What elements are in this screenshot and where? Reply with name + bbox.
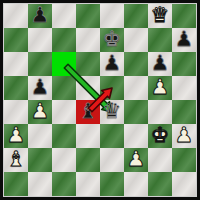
square-g5[interactable]: ♟ (148, 76, 172, 100)
square-g8[interactable]: ♛ (148, 4, 172, 28)
piece-black-queen-e4[interactable]: ♛ (100, 100, 124, 124)
piece-black-pawn-g6[interactable]: ♟ (148, 52, 172, 76)
square-f8[interactable] (124, 4, 148, 28)
chess-board-screenshot: ♟♛♚♟♟♟♟♟♟♝♛♟♚♟♝♟ (0, 0, 200, 200)
piece-white-pawn-h3[interactable]: ♟ (172, 124, 196, 148)
square-a3[interactable]: ♟ (4, 124, 28, 148)
square-d3[interactable] (76, 124, 100, 148)
square-h6[interactable] (172, 52, 196, 76)
square-a6[interactable] (4, 52, 28, 76)
square-c4[interactable] (52, 100, 76, 124)
square-h7[interactable]: ♟ (172, 28, 196, 52)
square-g1[interactable] (148, 172, 172, 196)
square-g2[interactable] (148, 148, 172, 172)
piece-black-pawn-b8[interactable]: ♟ (28, 4, 52, 28)
square-g3[interactable]: ♚ (148, 124, 172, 148)
square-b3[interactable] (28, 124, 52, 148)
square-a1[interactable] (4, 172, 28, 196)
square-f1[interactable] (124, 172, 148, 196)
square-h5[interactable] (172, 76, 196, 100)
piece-black-pawn-b5[interactable]: ♟ (28, 76, 52, 100)
piece-black-king-e7[interactable]: ♚ (100, 28, 124, 52)
square-d6[interactable] (76, 52, 100, 76)
piece-white-pawn-g5[interactable]: ♟ (148, 76, 172, 100)
square-a5[interactable] (4, 76, 28, 100)
square-b4[interactable]: ♟ (28, 100, 52, 124)
square-e4[interactable]: ♛ (100, 100, 124, 124)
piece-black-pawn-e6[interactable]: ♟ (100, 52, 124, 76)
square-h1[interactable] (172, 172, 196, 196)
square-a2[interactable]: ♝ (4, 148, 28, 172)
piece-white-bishop-a2[interactable]: ♝ (4, 148, 28, 172)
square-b1[interactable] (28, 172, 52, 196)
board-frame: ♟♛♚♟♟♟♟♟♟♝♛♟♚♟♝♟ (0, 0, 200, 200)
square-d2[interactable] (76, 148, 100, 172)
square-c2[interactable] (52, 148, 76, 172)
piece-white-pawn-b4[interactable]: ♟ (28, 100, 52, 124)
square-c5[interactable] (52, 76, 76, 100)
piece-white-pawn-a3[interactable]: ♟ (4, 124, 28, 148)
square-e1[interactable] (100, 172, 124, 196)
square-a4[interactable] (4, 100, 28, 124)
square-g7[interactable] (148, 28, 172, 52)
square-h2[interactable] (172, 148, 196, 172)
square-g6[interactable]: ♟ (148, 52, 172, 76)
square-b7[interactable] (28, 28, 52, 52)
square-h8[interactable] (172, 4, 196, 28)
square-d1[interactable] (76, 172, 100, 196)
square-e7[interactable]: ♚ (100, 28, 124, 52)
square-f7[interactable] (124, 28, 148, 52)
piece-white-king-g3[interactable]: ♚ (148, 124, 172, 148)
square-c1[interactable] (52, 172, 76, 196)
square-c6[interactable] (52, 52, 76, 76)
square-b2[interactable] (28, 148, 52, 172)
square-d4[interactable]: ♝ (76, 100, 100, 124)
square-b8[interactable]: ♟ (28, 4, 52, 28)
square-e2[interactable] (100, 148, 124, 172)
square-e6[interactable]: ♟ (100, 52, 124, 76)
square-b5[interactable]: ♟ (28, 76, 52, 100)
square-d5[interactable] (76, 76, 100, 100)
square-c8[interactable] (52, 4, 76, 28)
square-a8[interactable] (4, 4, 28, 28)
square-f3[interactable] (124, 124, 148, 148)
square-e8[interactable] (100, 4, 124, 28)
square-a7[interactable] (4, 28, 28, 52)
chess-board[interactable]: ♟♛♚♟♟♟♟♟♟♝♛♟♚♟♝♟ (4, 4, 196, 196)
piece-black-pawn-h7[interactable]: ♟ (172, 28, 196, 52)
square-c7[interactable] (52, 28, 76, 52)
square-f2[interactable]: ♟ (124, 148, 148, 172)
square-d7[interactable] (76, 28, 100, 52)
square-f4[interactable] (124, 100, 148, 124)
square-d8[interactable] (76, 4, 100, 28)
piece-white-pawn-f2[interactable]: ♟ (124, 148, 148, 172)
square-e3[interactable] (100, 124, 124, 148)
piece-black-bishop-d4[interactable]: ♝ (76, 100, 100, 124)
square-f6[interactable] (124, 52, 148, 76)
piece-white-queen-g8[interactable]: ♛ (148, 4, 172, 28)
square-c3[interactable] (52, 124, 76, 148)
square-b6[interactable] (28, 52, 52, 76)
square-h3[interactable]: ♟ (172, 124, 196, 148)
square-f5[interactable] (124, 76, 148, 100)
square-h4[interactable] (172, 100, 196, 124)
square-e5[interactable] (100, 76, 124, 100)
square-g4[interactable] (148, 100, 172, 124)
